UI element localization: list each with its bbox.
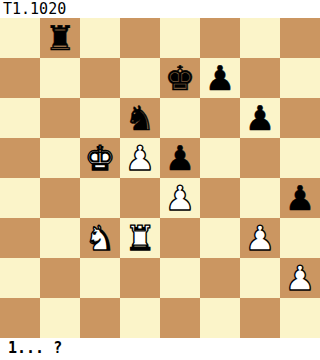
square-b7[interactable]	[40, 58, 80, 98]
black-king-piece: ♚	[160, 58, 200, 98]
square-a6[interactable]	[0, 98, 40, 138]
square-d7[interactable]	[120, 58, 160, 98]
square-c3[interactable]: ♞	[80, 218, 120, 258]
square-c4[interactable]	[80, 178, 120, 218]
square-e6[interactable]	[160, 98, 200, 138]
square-d8[interactable]	[120, 18, 160, 58]
black-pawn-piece: ♟	[200, 58, 240, 98]
square-g1[interactable]	[240, 298, 280, 338]
square-h7[interactable]	[280, 58, 320, 98]
square-a8[interactable]	[0, 18, 40, 58]
square-a5[interactable]	[0, 138, 40, 178]
square-g7[interactable]	[240, 58, 280, 98]
square-g6[interactable]: ♟	[240, 98, 280, 138]
square-h4[interactable]: ♟	[280, 178, 320, 218]
square-d2[interactable]	[120, 258, 160, 298]
square-e5[interactable]: ♟	[160, 138, 200, 178]
black-pawn-piece: ♟	[160, 138, 200, 178]
square-c2[interactable]	[80, 258, 120, 298]
chess-board: ♜♚♟♞♟♚♟♟♟♟♞♜♟♟	[0, 18, 320, 338]
square-f6[interactable]	[200, 98, 240, 138]
puzzle-id: T1.1020	[3, 0, 66, 18]
square-f7[interactable]: ♟	[200, 58, 240, 98]
white-pawn-piece: ♟	[240, 218, 280, 258]
square-b2[interactable]	[40, 258, 80, 298]
square-e4[interactable]: ♟	[160, 178, 200, 218]
square-b3[interactable]	[40, 218, 80, 258]
white-king-piece: ♚	[80, 138, 120, 178]
chess-puzzle-page: T1.1020 ♜♚♟♞♟♚♟♟♟♟♞♜♟♟ 1... ?	[0, 0, 320, 360]
square-e8[interactable]	[160, 18, 200, 58]
square-f5[interactable]	[200, 138, 240, 178]
square-g2[interactable]	[240, 258, 280, 298]
square-e3[interactable]	[160, 218, 200, 258]
square-a2[interactable]	[0, 258, 40, 298]
square-b4[interactable]	[40, 178, 80, 218]
square-c1[interactable]	[80, 298, 120, 338]
white-knight-piece: ♞	[80, 218, 120, 258]
square-g8[interactable]	[240, 18, 280, 58]
square-f3[interactable]	[200, 218, 240, 258]
square-h6[interactable]	[280, 98, 320, 138]
black-pawn-piece: ♟	[280, 178, 320, 218]
square-b8[interactable]: ♜	[40, 18, 80, 58]
move-prompt: 1... ?	[8, 338, 62, 360]
square-g4[interactable]	[240, 178, 280, 218]
square-b6[interactable]	[40, 98, 80, 138]
black-rook-piece: ♜	[40, 18, 80, 58]
square-d5[interactable]: ♟	[120, 138, 160, 178]
white-pawn-piece: ♟	[120, 138, 160, 178]
square-c5[interactable]: ♚	[80, 138, 120, 178]
square-h8[interactable]	[280, 18, 320, 58]
square-f8[interactable]	[200, 18, 240, 58]
square-b1[interactable]	[40, 298, 80, 338]
square-a7[interactable]	[0, 58, 40, 98]
square-e2[interactable]	[160, 258, 200, 298]
square-g3[interactable]: ♟	[240, 218, 280, 258]
square-d3[interactable]: ♜	[120, 218, 160, 258]
square-d1[interactable]	[120, 298, 160, 338]
square-a1[interactable]	[0, 298, 40, 338]
square-h2[interactable]: ♟	[280, 258, 320, 298]
square-f1[interactable]	[200, 298, 240, 338]
white-pawn-piece: ♟	[280, 258, 320, 298]
square-d6[interactable]: ♞	[120, 98, 160, 138]
square-c8[interactable]	[80, 18, 120, 58]
black-knight-piece: ♞	[120, 98, 160, 138]
square-a4[interactable]	[0, 178, 40, 218]
square-f2[interactable]	[200, 258, 240, 298]
white-rook-piece: ♜	[120, 218, 160, 258]
white-pawn-piece: ♟	[160, 178, 200, 218]
square-b5[interactable]	[40, 138, 80, 178]
square-g5[interactable]	[240, 138, 280, 178]
square-a3[interactable]	[0, 218, 40, 258]
black-pawn-piece: ♟	[240, 98, 280, 138]
square-e1[interactable]	[160, 298, 200, 338]
square-c6[interactable]	[80, 98, 120, 138]
square-f4[interactable]	[200, 178, 240, 218]
square-c7[interactable]	[80, 58, 120, 98]
square-h3[interactable]	[280, 218, 320, 258]
square-h5[interactable]	[280, 138, 320, 178]
square-e7[interactable]: ♚	[160, 58, 200, 98]
square-h1[interactable]	[280, 298, 320, 338]
square-d4[interactable]	[120, 178, 160, 218]
